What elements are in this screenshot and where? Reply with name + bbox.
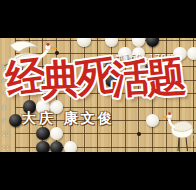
white-stone bbox=[64, 141, 77, 153]
black-stone bbox=[146, 38, 159, 47]
row-coordinate-label: 8 bbox=[2, 104, 13, 111]
letterbox-top-bar bbox=[0, 0, 196, 38]
row-coordinate-label: 10 bbox=[2, 130, 13, 137]
star-point bbox=[137, 132, 141, 136]
video-thumbnail: 第169--179题 经典死活题 大庆 康文俊 567891011 bbox=[0, 0, 196, 190]
black-stone bbox=[36, 127, 49, 140]
white-stone bbox=[146, 114, 159, 127]
black-stone bbox=[50, 141, 63, 153]
row-coordinate-label: 11 bbox=[2, 144, 13, 151]
go-board: 第169--179题 经典死活题 大庆 康文俊 567891011 bbox=[0, 38, 196, 152]
white-stone bbox=[132, 38, 145, 47]
white-stone bbox=[50, 127, 63, 140]
title-char: 题 bbox=[144, 53, 188, 101]
black-stone bbox=[9, 114, 22, 127]
white-stone bbox=[77, 38, 90, 47]
letterbox-bottom-bar bbox=[0, 152, 196, 190]
crane-illustration-bottom-right bbox=[161, 110, 196, 152]
black-stone bbox=[36, 141, 49, 153]
white-stone bbox=[105, 38, 118, 47]
title-text: 经典死活题 bbox=[6, 55, 194, 99]
author-text: 大庆 康文俊 bbox=[22, 110, 115, 128]
